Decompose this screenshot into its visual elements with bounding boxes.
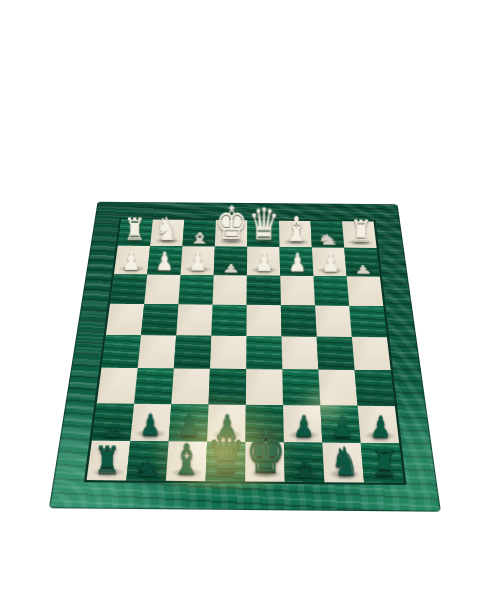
square-c7[interactable]: ♟ <box>180 246 214 274</box>
piece-green-knight[interactable]: ♞ <box>132 458 162 480</box>
square-a1[interactable]: ♜ <box>87 440 131 480</box>
square-a4[interactable] <box>101 335 141 368</box>
square-b8[interactable]: ♞ <box>150 220 184 247</box>
square-a2[interactable]: ♟ <box>92 403 134 441</box>
square-g3[interactable] <box>318 370 357 406</box>
square-e4[interactable] <box>246 336 282 369</box>
square-e8[interactable]: ♛ <box>247 220 279 247</box>
square-a7[interactable]: ♟ <box>114 246 150 274</box>
square-d3[interactable] <box>209 369 247 404</box>
square-b4[interactable] <box>138 335 176 368</box>
piece-green-king[interactable]: ♚ <box>245 424 286 481</box>
square-f3[interactable] <box>282 370 320 405</box>
square-d1[interactable]: ♛ <box>205 441 245 481</box>
square-c6[interactable] <box>178 275 213 305</box>
square-a3[interactable] <box>97 368 138 403</box>
square-e6[interactable] <box>247 275 281 305</box>
square-b2[interactable]: ♟ <box>130 403 171 441</box>
piece-white-bishop[interactable]: ♝ <box>186 231 211 246</box>
square-c5[interactable] <box>176 304 212 336</box>
piece-white-pawn[interactable]: ♟ <box>121 248 140 274</box>
square-g1[interactable]: ♞ <box>322 442 364 482</box>
square-f8[interactable]: ♝ <box>279 221 312 248</box>
chess-board: ♜♞♝♚♛♝♞♜♟♟♟♟♟♟♟♟♟♟♟♟♟♟♟♟♜♞♝♛♚♝♞♜ <box>84 218 407 485</box>
square-g7[interactable]: ♟ <box>312 248 347 276</box>
piece-white-pawn[interactable]: ♟ <box>155 248 174 274</box>
square-d6[interactable] <box>213 275 247 305</box>
piece-green-pawn[interactable]: ♟ <box>292 411 314 441</box>
square-h2[interactable]: ♟ <box>358 405 400 443</box>
piece-green-queen[interactable]: ♛ <box>206 426 245 480</box>
piece-white-knight[interactable]: ♞ <box>316 233 340 248</box>
square-f4[interactable] <box>282 336 319 369</box>
square-c1[interactable]: ♝ <box>166 441 207 481</box>
square-h5[interactable] <box>349 306 387 338</box>
square-a6[interactable] <box>110 274 147 304</box>
square-c8[interactable]: ♝ <box>182 220 215 247</box>
square-h3[interactable] <box>355 370 395 406</box>
square-e5[interactable] <box>246 305 281 337</box>
piece-white-rook[interactable]: ♜ <box>123 215 145 245</box>
board-scene: ♜♞♝♚♛♝♞♜♟♟♟♟♟♟♟♟♟♟♟♟♟♟♟♟♜♞♝♛♚♝♞♜ <box>94 202 397 563</box>
piece-green-pawn[interactable]: ♟ <box>139 410 161 440</box>
piece-white-pawn[interactable]: ♟ <box>221 262 240 274</box>
piece-white-knight[interactable]: ♞ <box>155 213 178 246</box>
piece-green-bishop[interactable]: ♝ <box>171 438 202 480</box>
square-b1[interactable]: ♞ <box>126 441 168 481</box>
piece-white-pawn[interactable]: ♟ <box>188 248 207 274</box>
square-d4[interactable] <box>210 336 246 369</box>
square-b3[interactable] <box>134 368 174 403</box>
square-f1[interactable]: ♝ <box>284 442 325 482</box>
square-b7[interactable]: ♟ <box>147 246 182 274</box>
square-g8[interactable]: ♞ <box>310 221 344 248</box>
square-d8[interactable]: ♚ <box>215 220 248 247</box>
square-h6[interactable] <box>347 276 384 306</box>
piece-green-pawn[interactable]: ♟ <box>369 412 391 442</box>
piece-white-bishop[interactable]: ♝ <box>283 212 308 247</box>
square-f2[interactable]: ♟ <box>283 405 322 443</box>
square-d5[interactable] <box>211 304 246 336</box>
square-e1[interactable]: ♚ <box>245 442 285 482</box>
piece-green-pawn[interactable]: ♟ <box>101 424 124 440</box>
piece-white-pawn[interactable]: ♟ <box>288 249 307 275</box>
square-h4[interactable] <box>352 337 391 371</box>
square-g4[interactable] <box>317 337 355 370</box>
piece-white-pawn[interactable]: ♟ <box>254 249 273 275</box>
square-a5[interactable] <box>106 304 144 336</box>
square-f7[interactable]: ♟ <box>280 247 314 275</box>
square-b6[interactable] <box>144 274 180 304</box>
square-f5[interactable] <box>281 305 317 337</box>
square-h7[interactable]: ♟ <box>344 248 380 276</box>
malachite-frame: ♜♞♝♚♛♝♞♜♟♟♟♟♟♟♟♟♟♟♟♟♟♟♟♟♜♞♝♛♚♝♞♜ <box>49 202 441 512</box>
square-e3[interactable] <box>246 369 283 404</box>
square-f6[interactable] <box>280 275 315 305</box>
piece-green-knight[interactable]: ♞ <box>330 442 359 482</box>
piece-white-pawn[interactable]: ♟ <box>321 249 340 275</box>
square-a8[interactable]: ♜ <box>118 219 153 246</box>
square-g6[interactable] <box>313 276 349 306</box>
piece-white-king[interactable]: ♚ <box>215 200 248 246</box>
square-d7[interactable]: ♟ <box>214 247 247 275</box>
square-b5[interactable] <box>141 304 178 336</box>
square-g5[interactable] <box>315 305 352 337</box>
square-e7[interactable]: ♟ <box>247 247 280 275</box>
square-c3[interactable] <box>171 369 210 404</box>
piece-green-rook[interactable]: ♜ <box>370 444 397 481</box>
square-h1[interactable]: ♜ <box>361 443 404 483</box>
piece-white-queen[interactable]: ♛ <box>248 202 280 246</box>
tilted-board: ♜♞♝♚♛♝♞♜♟♟♟♟♟♟♟♟♟♟♟♟♟♟♟♟♜♞♝♛♚♝♞♜ <box>49 202 441 512</box>
piece-green-bishop[interactable]: ♝ <box>289 458 320 481</box>
piece-green-rook[interactable]: ♜ <box>93 442 120 479</box>
square-h8[interactable]: ♜ <box>342 221 377 248</box>
square-c4[interactable] <box>174 335 211 368</box>
piece-white-pawn[interactable]: ♟ <box>353 264 373 276</box>
piece-white-rook[interactable]: ♜ <box>350 217 372 247</box>
photo-canvas: ♜♞♝♚♛♝♞♜♟♟♟♟♟♟♟♟♟♟♟♟♟♟♟♟♜♞♝♛♚♝♞♜ <box>0 0 493 600</box>
